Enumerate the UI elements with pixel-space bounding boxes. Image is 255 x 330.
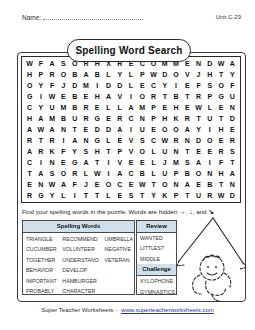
grid-cell: W xyxy=(148,69,159,80)
grid-cell: H xyxy=(170,102,181,113)
grid-cell: U xyxy=(159,168,170,179)
grid-cell: D xyxy=(227,190,238,201)
grid-cell: R xyxy=(80,102,91,113)
grid-cell: G xyxy=(215,91,226,102)
word-item: XYLOPHONE xyxy=(140,276,176,286)
grid-cell: R xyxy=(215,146,226,157)
spelling-words-columns: TRIANGLECUCUMBERTOGETHERBEHAVIORIMPORTAN… xyxy=(23,233,134,296)
grid-cell: L xyxy=(58,190,69,201)
word-item: UNDERSTAND xyxy=(62,255,104,265)
grid-cell: G xyxy=(35,190,46,201)
grid-cell: W xyxy=(215,58,226,69)
grid-cell: L xyxy=(80,168,91,179)
grid-cell: A xyxy=(80,69,91,80)
challenge-words: XYLOPHONEGYMNASTICS xyxy=(137,276,176,297)
grid-cell: H xyxy=(215,168,226,179)
grid-cell: N xyxy=(170,179,181,190)
footer-separator: - xyxy=(115,307,117,313)
word-item: CUCUMBER xyxy=(26,244,62,254)
grid-cell: T xyxy=(137,190,148,201)
grid-cell: P xyxy=(170,190,181,201)
grid-cell: N xyxy=(170,146,181,157)
grid-cell: C xyxy=(114,179,125,190)
grid-cell: U xyxy=(47,102,58,113)
instruction-prefix: Find your spelling words in the puzzle. … xyxy=(22,208,177,215)
grid-cell: Y xyxy=(35,102,46,113)
unit-label: Unit C-29 xyxy=(216,14,241,20)
grid-cell: E xyxy=(58,91,69,102)
grid-cell: B xyxy=(92,69,103,80)
grid-cell: Y xyxy=(227,69,238,80)
grid-cell: E xyxy=(137,80,148,91)
grid-cell: R xyxy=(35,146,46,157)
grid-cell: E xyxy=(182,102,193,113)
grid-cell: I xyxy=(125,91,136,102)
grid-cell: E xyxy=(92,102,103,113)
name-blank-line[interactable] xyxy=(43,13,143,20)
grid-cell: W xyxy=(92,168,103,179)
grid-cell: O xyxy=(103,179,114,190)
grid-cell: W xyxy=(215,190,226,201)
grid-cell: T xyxy=(193,113,204,124)
grid-cell: J xyxy=(159,157,170,168)
grid-cell: E xyxy=(125,179,136,190)
grid-cell: W xyxy=(47,91,58,102)
grid-cell: H xyxy=(24,113,35,124)
word-item: LITTLEST xyxy=(140,243,176,253)
grid-cell: A xyxy=(227,58,238,69)
grid-cell: S xyxy=(80,146,91,157)
grid-cell: R xyxy=(24,190,35,201)
grid-cell: G xyxy=(92,113,103,124)
grid-cell: C xyxy=(148,135,159,146)
grid-cell: A xyxy=(114,124,125,135)
grid-cell: Y xyxy=(69,146,80,157)
grid-cell: K xyxy=(47,146,58,157)
word-item: RECOMMEND xyxy=(62,234,104,244)
grid-cell: V xyxy=(125,146,136,157)
grid-cell: O xyxy=(170,124,181,135)
grid-cell: C xyxy=(148,80,159,91)
grid-cell: A xyxy=(125,102,136,113)
grid-cell: P xyxy=(148,102,159,113)
worksheet-page: Name: Unit C-29 Spelling Word Search WFA… xyxy=(0,0,255,330)
word-item: DEVELOP xyxy=(62,265,104,275)
grid-cell: P xyxy=(137,69,148,80)
grid-cell: W xyxy=(159,135,170,146)
grid-cell: Y xyxy=(35,80,46,91)
grid-cell: N xyxy=(227,179,238,190)
grid-cell: S xyxy=(137,135,148,146)
grid-cell: C xyxy=(24,102,35,113)
grid-cell: P xyxy=(114,146,125,157)
word-item: MIDDLE xyxy=(140,254,176,264)
grid-cell: E xyxy=(227,124,238,135)
grid-cell: N xyxy=(47,157,58,168)
grid-cell: B xyxy=(182,168,193,179)
grid-cell: E xyxy=(215,135,226,146)
grid-cell: T xyxy=(24,168,35,179)
grid-cell: N xyxy=(137,113,148,124)
spelling-col-2: RECOMMENDVOLUNTEERUNDERSTANDDEVELOPHAMBU… xyxy=(62,234,104,296)
grid-cell: P xyxy=(204,91,215,102)
grid-cell: I xyxy=(35,157,46,168)
grid-cell: E xyxy=(204,146,215,157)
grid-cell: Y xyxy=(47,190,58,201)
spelling-col-3: UMBRELLANEGATIVEVETERAN xyxy=(105,234,134,296)
grid-cell: E xyxy=(125,157,136,168)
grid-cell: E xyxy=(103,113,114,124)
grid-cell: T xyxy=(215,69,226,80)
grid-cell: B xyxy=(69,102,80,113)
grid-cell: T xyxy=(148,179,159,190)
grid-cell: K xyxy=(159,190,170,201)
grid-cell: A xyxy=(47,124,58,135)
grid-cell: L xyxy=(148,146,159,157)
grid-cell: N xyxy=(193,58,204,69)
grid-cell: W xyxy=(24,58,35,69)
grid-cell: O xyxy=(215,80,226,91)
grid-cell: Y xyxy=(193,124,204,135)
grid-cell: U xyxy=(227,91,238,102)
grid-cell: N xyxy=(204,168,215,179)
grid-cell: T xyxy=(92,157,103,168)
grid-cell: L xyxy=(204,102,215,113)
challenge-header: Challenge xyxy=(137,264,176,276)
grid-cell: C xyxy=(125,113,136,124)
grid-cell: R xyxy=(47,69,58,80)
grid-cell: W xyxy=(193,102,204,113)
grid-cell: D xyxy=(92,124,103,135)
grid-cell: A xyxy=(80,157,91,168)
grid-cell: I xyxy=(125,124,136,135)
page-title: Spelling Word Search xyxy=(67,39,191,62)
word-item: VETERAN xyxy=(105,255,134,265)
grid-cell: F xyxy=(227,80,238,91)
footer: Super Teacher Worksheets- www.superteach… xyxy=(0,307,255,313)
grid-cell: R xyxy=(227,135,238,146)
grid-cell: L xyxy=(114,102,125,113)
grid-cell: D xyxy=(69,80,80,91)
grid-cell: T xyxy=(215,179,226,190)
grid-cell: L xyxy=(103,102,114,113)
grid-cell: R xyxy=(193,91,204,102)
grid-cell: N xyxy=(182,135,193,146)
grid-cell: J xyxy=(80,179,91,190)
grid-cell: V xyxy=(182,69,193,80)
grid-cell: R xyxy=(114,113,125,124)
grid-cell: L xyxy=(125,69,136,80)
grid-cell: A xyxy=(103,91,114,102)
grid-cell: N xyxy=(227,102,238,113)
grid-cell: E xyxy=(24,179,35,190)
grid-cell: T xyxy=(215,113,226,124)
grid-cell: C xyxy=(24,157,35,168)
grid-cell: O xyxy=(204,135,215,146)
grid-cell: T xyxy=(80,190,91,201)
grid-cell: A xyxy=(58,179,69,190)
grid-cell: A xyxy=(69,135,80,146)
grid-cell: E xyxy=(58,157,69,168)
grid-cell: S xyxy=(204,80,215,91)
grid-cell: T xyxy=(69,124,80,135)
grid-cell: G xyxy=(92,135,103,146)
footer-site-name: Super Teacher Worksheets xyxy=(41,307,113,313)
grid-cell: E xyxy=(193,146,204,157)
grid-cell: F xyxy=(193,80,204,91)
grid-cell: B xyxy=(204,179,215,190)
grid-cell: E xyxy=(80,124,91,135)
grid-cell: R xyxy=(182,113,193,124)
grid-cell: L xyxy=(103,135,114,146)
grid-cell: H xyxy=(215,124,226,135)
grid-cell: G xyxy=(69,157,80,168)
word-item: HAMBURGER xyxy=(62,276,104,286)
grid-cell: L xyxy=(103,69,114,80)
grid-cell: H xyxy=(204,69,215,80)
grid-cell: S xyxy=(125,190,136,201)
review-box: Review WANTEDLITTLESTMIDDLE Challenge XY… xyxy=(136,220,177,295)
grid-cell: T xyxy=(92,190,103,201)
grid-cell: O xyxy=(170,69,181,80)
grid-cell: O xyxy=(193,168,204,179)
grid-cell: J xyxy=(58,80,69,91)
grid-cell: R xyxy=(69,168,80,179)
grid-cell: I xyxy=(58,135,69,146)
grid-cell: U xyxy=(204,113,215,124)
grid-cell: A xyxy=(47,58,58,69)
word-item: NEGATIVE xyxy=(105,244,134,254)
grid-cell: B xyxy=(58,113,69,124)
grid-cell: T xyxy=(103,146,114,157)
grid-cell: W xyxy=(35,124,46,135)
gymnast-illustration xyxy=(176,211,246,303)
grid-cell: V xyxy=(114,157,125,168)
grid-cell: R xyxy=(204,190,215,201)
name-label: Name: xyxy=(22,14,41,21)
spelling-words-header: Spelling Words xyxy=(23,221,134,233)
grid-cell: S xyxy=(227,146,238,157)
grid-cell: Y xyxy=(159,80,170,91)
grid-cell: S xyxy=(182,157,193,168)
grid-cell: I xyxy=(103,168,114,179)
review-header: Review xyxy=(137,221,176,233)
grid-cell: F xyxy=(58,146,69,157)
grid-cell: M xyxy=(80,80,91,91)
grid-cell: N xyxy=(35,179,46,190)
grid-cell: H xyxy=(92,146,103,157)
grid-cell: D xyxy=(159,69,170,80)
grid-cell: D xyxy=(103,124,114,135)
grid-cell: D xyxy=(204,58,215,69)
grid-cell: D xyxy=(193,135,204,146)
word-item: TOGETHER xyxy=(26,255,62,265)
spelling-words-box: Spelling Words TRIANGLECUCUMBERTOGETHERB… xyxy=(22,220,135,295)
grid-cell: T xyxy=(159,91,170,102)
word-item: BEHAVIOR xyxy=(26,265,62,275)
grid-cell: R xyxy=(80,113,91,124)
letter-grid: WFASORHXRECOMMENDWAHPROBABLYLPWDOVJHTYOY… xyxy=(21,56,241,203)
grid-cell: H xyxy=(159,113,170,124)
grid-cell: U xyxy=(159,146,170,157)
grid-cell: K xyxy=(170,113,181,124)
grid-cell: L xyxy=(125,80,136,91)
grid-cell: U xyxy=(193,190,204,201)
grid-cell: Y xyxy=(148,190,159,201)
grid-cell: V xyxy=(125,135,136,146)
grid-cell: R xyxy=(170,135,181,146)
grid-cell: F xyxy=(35,58,46,69)
grid-cell: E xyxy=(137,157,148,168)
grid-cell: A xyxy=(114,168,125,179)
grid-cell: F xyxy=(69,179,80,190)
grid-cell: U xyxy=(69,113,80,124)
grid-cell: A xyxy=(35,168,46,179)
grid-cell: W xyxy=(137,179,148,190)
grid-cell: R xyxy=(148,91,159,102)
grid-cell: I xyxy=(170,80,181,91)
grid-cell: N xyxy=(80,135,91,146)
grid-cell: E xyxy=(114,135,125,146)
grid-cell: M xyxy=(58,102,69,113)
grid-cell: E xyxy=(114,190,125,201)
grid-cell: N xyxy=(58,124,69,135)
word-item: GYMNASTICS xyxy=(140,287,176,297)
word-item: VOLUNTEER xyxy=(62,244,104,254)
word-item: UMBRELLA xyxy=(105,234,134,244)
grid-cell: A xyxy=(227,168,238,179)
grid-cell: E xyxy=(215,102,226,113)
grid-cell: P xyxy=(170,168,181,179)
grid-cell: O xyxy=(159,179,170,190)
grid-cell: R xyxy=(24,135,35,146)
grid-cell: S xyxy=(58,58,69,69)
grid-cell: R xyxy=(47,135,58,146)
grid-cell: P xyxy=(35,69,46,80)
grid-cell: B xyxy=(69,91,80,102)
grid-cell: M xyxy=(47,113,58,124)
grid-cell: F xyxy=(215,157,226,168)
grid-cell: O xyxy=(137,146,148,157)
grid-cell: M xyxy=(170,157,181,168)
grid-cell: W xyxy=(47,179,58,190)
grid-cell: B xyxy=(69,69,80,80)
grid-cell: I xyxy=(35,91,46,102)
grid-cell: T xyxy=(35,135,46,146)
grid-cell: H xyxy=(24,69,35,80)
word-item: CHARACTER xyxy=(62,286,104,296)
grid-cell: I xyxy=(204,124,215,135)
grid-cell: G xyxy=(24,91,35,102)
grid-cell: O xyxy=(159,124,170,135)
grid-cell: A xyxy=(193,157,204,168)
grid-cell: I xyxy=(92,80,103,91)
grid-cell: J xyxy=(193,69,204,80)
grid-cell: E xyxy=(80,91,91,102)
spelling-col-1: TRIANGLECUCUMBERTOGETHERBEHAVIORIMPORTAN… xyxy=(26,234,62,296)
grid-cell: B xyxy=(170,91,181,102)
grid-cell: D xyxy=(103,80,114,91)
grid-cell: T xyxy=(227,157,238,168)
word-item: IMPORTANT xyxy=(26,276,62,286)
grid-cell: P xyxy=(148,113,159,124)
grid-cell: E xyxy=(159,102,170,113)
grid-cell: Y xyxy=(114,69,125,80)
grid-cell: A xyxy=(24,146,35,157)
grid-cell: O xyxy=(24,80,35,91)
footer-url-link[interactable]: www.superteacherworksheets.com xyxy=(121,307,214,313)
grid-cell: E xyxy=(148,124,159,135)
grid-cell: I xyxy=(69,190,80,201)
grid-cell: A xyxy=(182,179,193,190)
grid-cell: H xyxy=(92,91,103,102)
grid-cell: I xyxy=(204,157,215,168)
grid-cell: O xyxy=(58,168,69,179)
grid-cell: A xyxy=(24,124,35,135)
grid-cell: S xyxy=(47,168,58,179)
grid-cell: A xyxy=(35,113,46,124)
grid-cell: E xyxy=(92,179,103,190)
grid-cell: L xyxy=(148,157,159,168)
grid-cell: D xyxy=(227,113,238,124)
word-item: WANTED xyxy=(140,233,176,243)
grid-cell: F xyxy=(47,80,58,91)
grid-cell: T xyxy=(182,190,193,201)
grid-cell: B xyxy=(137,168,148,179)
grid-cell: T xyxy=(182,91,193,102)
grid-cell: O xyxy=(137,91,148,102)
grid-cell: O xyxy=(58,69,69,80)
grid-cell: I xyxy=(103,157,114,168)
word-item: PROBABLY xyxy=(26,286,62,296)
grid-cell: E xyxy=(193,179,204,190)
grid-cell: T xyxy=(182,146,193,157)
grid-cell: A xyxy=(182,124,193,135)
grid-cell: V xyxy=(114,91,125,102)
grid-cell: D xyxy=(114,80,125,91)
grid-cell: C xyxy=(125,168,136,179)
grid-cell: E xyxy=(182,80,193,91)
grid-cell: U xyxy=(137,124,148,135)
grid-cell: M xyxy=(137,102,148,113)
review-words: WANTEDLITTLESTMIDDLE xyxy=(137,233,176,264)
grid-cell: L xyxy=(148,168,159,179)
word-item: TRIANGLE xyxy=(26,234,62,244)
grid-cell: L xyxy=(103,190,114,201)
name-field-row: Name: xyxy=(22,13,143,21)
